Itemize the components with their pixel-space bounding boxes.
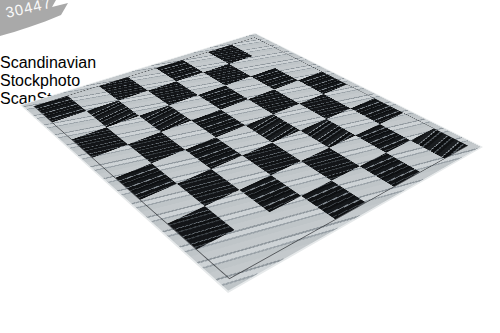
watermark-ribbon: 30447 (0, 0, 92, 50)
photo-canvas: 30447 Scandinavian Stockphoto ScanStockP… (0, 0, 500, 333)
